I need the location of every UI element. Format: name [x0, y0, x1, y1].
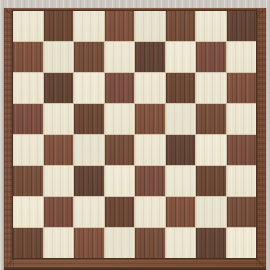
square-h8[interactable] — [227, 11, 257, 41]
square-f6[interactable] — [166, 73, 196, 103]
square-e4[interactable] — [135, 135, 165, 165]
square-h2[interactable] — [227, 197, 257, 227]
square-g5[interactable] — [196, 104, 226, 134]
square-a2[interactable] — [13, 197, 43, 227]
square-e5[interactable] — [135, 104, 165, 134]
square-e3[interactable] — [135, 166, 165, 196]
square-f2[interactable] — [166, 197, 196, 227]
square-d4[interactable] — [105, 135, 135, 165]
square-d1[interactable] — [105, 228, 135, 258]
square-g3[interactable] — [196, 166, 226, 196]
frame-right-strip — [256, 8, 266, 270]
square-f3[interactable] — [166, 166, 196, 196]
square-g1[interactable] — [196, 228, 226, 258]
square-h1[interactable] — [227, 228, 257, 258]
square-g6[interactable] — [196, 73, 226, 103]
square-f5[interactable] — [166, 104, 196, 134]
square-g8[interactable] — [196, 11, 226, 41]
square-h4[interactable] — [227, 135, 257, 165]
square-g2[interactable] — [196, 197, 226, 227]
square-f8[interactable] — [166, 11, 196, 41]
square-h5[interactable] — [227, 104, 257, 134]
chess-board — [4, 8, 266, 270]
square-e2[interactable] — [135, 197, 165, 227]
square-d7[interactable] — [105, 42, 135, 72]
square-c4[interactable] — [74, 135, 104, 165]
square-c3[interactable] — [74, 166, 104, 196]
square-b3[interactable] — [44, 166, 74, 196]
square-a5[interactable] — [13, 104, 43, 134]
square-a7[interactable] — [13, 42, 43, 72]
square-e1[interactable] — [135, 228, 165, 258]
square-b6[interactable] — [44, 73, 74, 103]
square-a1[interactable] — [13, 228, 43, 258]
square-g4[interactable] — [196, 135, 226, 165]
square-h7[interactable] — [227, 42, 257, 72]
square-b8[interactable] — [44, 11, 74, 41]
square-d3[interactable] — [105, 166, 135, 196]
square-c2[interactable] — [74, 197, 104, 227]
square-a6[interactable] — [13, 73, 43, 103]
square-b2[interactable] — [44, 197, 74, 227]
square-a3[interactable] — [13, 166, 43, 196]
square-c1[interactable] — [74, 228, 104, 258]
square-g7[interactable] — [196, 42, 226, 72]
square-b5[interactable] — [44, 104, 74, 134]
table-surface — [0, 0, 270, 270]
board-squares — [13, 11, 256, 258]
square-a8[interactable] — [13, 11, 43, 41]
square-h3[interactable] — [227, 166, 257, 196]
square-a4[interactable] — [13, 135, 43, 165]
square-f7[interactable] — [166, 42, 196, 72]
square-c6[interactable] — [74, 73, 104, 103]
square-e7[interactable] — [135, 42, 165, 72]
square-b1[interactable] — [44, 228, 74, 258]
square-f4[interactable] — [166, 135, 196, 165]
square-f1[interactable] — [166, 228, 196, 258]
square-e8[interactable] — [135, 11, 165, 41]
square-c5[interactable] — [74, 104, 104, 134]
square-h6[interactable] — [227, 73, 257, 103]
square-b4[interactable] — [44, 135, 74, 165]
square-d2[interactable] — [105, 197, 135, 227]
square-b7[interactable] — [44, 42, 74, 72]
square-d5[interactable] — [105, 104, 135, 134]
square-d8[interactable] — [105, 11, 135, 41]
square-c7[interactable] — [74, 42, 104, 72]
square-d6[interactable] — [105, 73, 135, 103]
square-e6[interactable] — [135, 73, 165, 103]
square-c8[interactable] — [74, 11, 104, 41]
